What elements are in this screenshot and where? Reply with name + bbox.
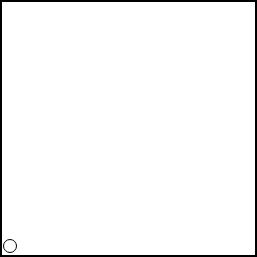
file-labels (18, 237, 255, 255)
white-to-move-indicator (3, 239, 17, 253)
chess-board (18, 2, 255, 237)
chess-diagram-frame (0, 0, 257, 257)
rank-labels (2, 2, 18, 237)
